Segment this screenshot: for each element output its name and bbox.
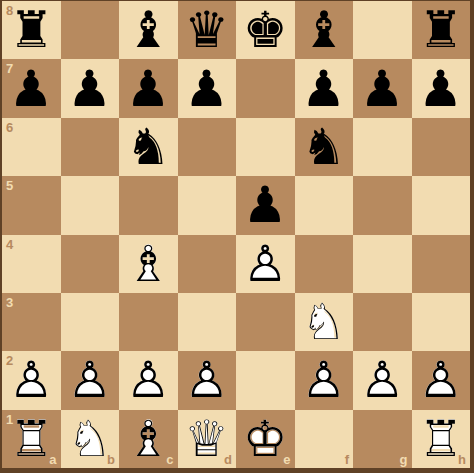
black-pawn-icon: ♟ bbox=[412, 59, 471, 117]
piece-black-pawn[interactable]: ♟ bbox=[119, 59, 178, 117]
white-pawn-outline-icon: ♙ bbox=[236, 235, 295, 293]
square-f1[interactable]: f bbox=[295, 410, 354, 468]
piece-white-king[interactable]: ♚♔ bbox=[236, 410, 295, 468]
white-pawn-outline-icon: ♙ bbox=[178, 351, 237, 409]
square-a3[interactable]: 3 bbox=[2, 293, 61, 351]
black-pawn-icon: ♟ bbox=[236, 176, 295, 234]
piece-black-bishop[interactable]: ♝ bbox=[119, 1, 178, 59]
square-f6[interactable]: ♞ bbox=[295, 118, 354, 176]
square-h7[interactable]: ♟ bbox=[412, 59, 471, 117]
white-rook-outline-icon: ♖ bbox=[2, 410, 61, 468]
piece-white-pawn[interactable]: ♟♙ bbox=[236, 235, 295, 293]
piece-black-queen[interactable]: ♛ bbox=[178, 1, 237, 59]
square-b6[interactable] bbox=[61, 118, 120, 176]
black-knight-icon: ♞ bbox=[295, 118, 354, 176]
square-b4[interactable] bbox=[61, 235, 120, 293]
square-c8[interactable]: ♝ bbox=[119, 1, 178, 59]
white-pawn-outline-icon: ♙ bbox=[295, 351, 354, 409]
black-bishop-icon: ♝ bbox=[119, 1, 178, 59]
piece-white-bishop[interactable]: ♝♗ bbox=[119, 235, 178, 293]
square-g6[interactable] bbox=[353, 118, 412, 176]
piece-white-pawn[interactable]: ♟♙ bbox=[412, 351, 471, 409]
piece-black-bishop[interactable]: ♝ bbox=[295, 1, 354, 59]
piece-white-knight[interactable]: ♞♘ bbox=[61, 410, 120, 468]
chess-board: 8♜♝♛♚♝♜7♟♟♟♟♟♟♟6♞♞5♟4♝♗♟♙3♞♘2♟♙♟♙♟♙♟♙♟♙♟… bbox=[2, 1, 470, 468]
black-rook-icon: ♜ bbox=[412, 1, 471, 59]
square-e1[interactable]: e♚♔ bbox=[236, 410, 295, 468]
square-g3[interactable] bbox=[353, 293, 412, 351]
white-bishop-outline-icon: ♗ bbox=[119, 410, 178, 468]
rank-label-5: 5 bbox=[6, 179, 13, 192]
square-e8[interactable]: ♚ bbox=[236, 1, 295, 59]
piece-black-pawn[interactable]: ♟ bbox=[353, 59, 412, 117]
square-b3[interactable] bbox=[61, 293, 120, 351]
square-c1[interactable]: c♝♗ bbox=[119, 410, 178, 468]
square-g8[interactable] bbox=[353, 1, 412, 59]
square-c6[interactable]: ♞ bbox=[119, 118, 178, 176]
square-f3[interactable]: ♞♘ bbox=[295, 293, 354, 351]
square-d8[interactable]: ♛ bbox=[178, 1, 237, 59]
piece-black-king[interactable]: ♚ bbox=[236, 1, 295, 59]
piece-black-pawn[interactable]: ♟ bbox=[295, 59, 354, 117]
piece-white-bishop[interactable]: ♝♗ bbox=[119, 410, 178, 468]
square-e5[interactable]: ♟ bbox=[236, 176, 295, 234]
black-pawn-icon: ♟ bbox=[295, 59, 354, 117]
square-e7[interactable] bbox=[236, 59, 295, 117]
file-label-g: g bbox=[400, 453, 408, 466]
square-d5[interactable] bbox=[178, 176, 237, 234]
piece-black-pawn[interactable]: ♟ bbox=[236, 176, 295, 234]
square-a8[interactable]: 8♜ bbox=[2, 1, 61, 59]
square-e3[interactable] bbox=[236, 293, 295, 351]
black-pawn-icon: ♟ bbox=[178, 59, 237, 117]
square-a1[interactable]: 1a♜♖ bbox=[2, 410, 61, 468]
piece-white-rook[interactable]: ♜♖ bbox=[412, 410, 471, 468]
square-c3[interactable] bbox=[119, 293, 178, 351]
square-a5[interactable]: 5 bbox=[2, 176, 61, 234]
square-d4[interactable] bbox=[178, 235, 237, 293]
square-a2[interactable]: 2♟♙ bbox=[2, 351, 61, 409]
piece-black-pawn[interactable]: ♟ bbox=[61, 59, 120, 117]
piece-white-pawn[interactable]: ♟♙ bbox=[353, 351, 412, 409]
square-h2[interactable]: ♟♙ bbox=[412, 351, 471, 409]
white-queen-outline-icon: ♕ bbox=[178, 410, 237, 468]
square-g1[interactable]: g bbox=[353, 410, 412, 468]
square-h4[interactable] bbox=[412, 235, 471, 293]
square-a6[interactable]: 6 bbox=[2, 118, 61, 176]
square-a7[interactable]: 7♟ bbox=[2, 59, 61, 117]
rank-label-4: 4 bbox=[6, 238, 13, 251]
piece-white-queen[interactable]: ♛♕ bbox=[178, 410, 237, 468]
square-b2[interactable]: ♟♙ bbox=[61, 351, 120, 409]
square-d1[interactable]: d♛♕ bbox=[178, 410, 237, 468]
square-b7[interactable]: ♟ bbox=[61, 59, 120, 117]
square-b5[interactable] bbox=[61, 176, 120, 234]
piece-black-knight[interactable]: ♞ bbox=[295, 118, 354, 176]
square-c4[interactable]: ♝♗ bbox=[119, 235, 178, 293]
square-c5[interactable] bbox=[119, 176, 178, 234]
square-h3[interactable] bbox=[412, 293, 471, 351]
square-d2[interactable]: ♟♙ bbox=[178, 351, 237, 409]
square-c2[interactable]: ♟♙ bbox=[119, 351, 178, 409]
square-e2[interactable] bbox=[236, 351, 295, 409]
black-pawn-icon: ♟ bbox=[2, 59, 61, 117]
piece-white-pawn[interactable]: ♟♙ bbox=[178, 351, 237, 409]
white-pawn-outline-icon: ♙ bbox=[61, 351, 120, 409]
square-d3[interactable] bbox=[178, 293, 237, 351]
piece-white-pawn[interactable]: ♟♙ bbox=[295, 351, 354, 409]
black-queen-icon: ♛ bbox=[178, 1, 237, 59]
square-g2[interactable]: ♟♙ bbox=[353, 351, 412, 409]
square-h6[interactable] bbox=[412, 118, 471, 176]
square-c7[interactable]: ♟ bbox=[119, 59, 178, 117]
square-f5[interactable] bbox=[295, 176, 354, 234]
square-h5[interactable] bbox=[412, 176, 471, 234]
square-f8[interactable]: ♝ bbox=[295, 1, 354, 59]
rank-label-3: 3 bbox=[6, 296, 13, 309]
square-g4[interactable] bbox=[353, 235, 412, 293]
black-pawn-icon: ♟ bbox=[119, 59, 178, 117]
piece-black-pawn[interactable]: ♟ bbox=[412, 59, 471, 117]
square-h1[interactable]: h♜♖ bbox=[412, 410, 471, 468]
square-g5[interactable] bbox=[353, 176, 412, 234]
white-pawn-outline-icon: ♙ bbox=[119, 351, 178, 409]
piece-white-rook[interactable]: ♜♖ bbox=[2, 410, 61, 468]
square-b1[interactable]: b♞♘ bbox=[61, 410, 120, 468]
black-pawn-icon: ♟ bbox=[353, 59, 412, 117]
piece-black-rook[interactable]: ♜ bbox=[2, 1, 61, 59]
square-a4[interactable]: 4 bbox=[2, 235, 61, 293]
white-pawn-outline-icon: ♙ bbox=[2, 351, 61, 409]
rank-label-6: 6 bbox=[6, 121, 13, 134]
piece-white-knight[interactable]: ♞♘ bbox=[295, 293, 354, 351]
square-f7[interactable]: ♟ bbox=[295, 59, 354, 117]
square-d6[interactable] bbox=[178, 118, 237, 176]
square-f2[interactable]: ♟♙ bbox=[295, 351, 354, 409]
square-h8[interactable]: ♜ bbox=[412, 1, 471, 59]
square-e4[interactable]: ♟♙ bbox=[236, 235, 295, 293]
square-e6[interactable] bbox=[236, 118, 295, 176]
piece-black-rook[interactable]: ♜ bbox=[412, 1, 471, 59]
white-bishop-outline-icon: ♗ bbox=[119, 235, 178, 293]
white-pawn-outline-icon: ♙ bbox=[412, 351, 471, 409]
white-knight-outline-icon: ♘ bbox=[61, 410, 120, 468]
black-rook-icon: ♜ bbox=[2, 1, 61, 59]
piece-black-pawn[interactable]: ♟ bbox=[178, 59, 237, 117]
white-pawn-outline-icon: ♙ bbox=[353, 351, 412, 409]
piece-white-pawn[interactable]: ♟♙ bbox=[2, 351, 61, 409]
white-knight-outline-icon: ♘ bbox=[295, 293, 354, 351]
square-b8[interactable] bbox=[61, 1, 120, 59]
piece-white-pawn[interactable]: ♟♙ bbox=[119, 351, 178, 409]
black-pawn-icon: ♟ bbox=[61, 59, 120, 117]
square-f4[interactable] bbox=[295, 235, 354, 293]
black-bishop-icon: ♝ bbox=[295, 1, 354, 59]
piece-black-pawn[interactable]: ♟ bbox=[2, 59, 61, 117]
piece-black-knight[interactable]: ♞ bbox=[119, 118, 178, 176]
file-label-f: f bbox=[345, 453, 349, 466]
square-g7[interactable]: ♟ bbox=[353, 59, 412, 117]
piece-white-pawn[interactable]: ♟♙ bbox=[61, 351, 120, 409]
white-king-outline-icon: ♔ bbox=[236, 410, 295, 468]
black-knight-icon: ♞ bbox=[119, 118, 178, 176]
white-rook-outline-icon: ♖ bbox=[412, 410, 471, 468]
black-king-icon: ♚ bbox=[236, 1, 295, 59]
square-d7[interactable]: ♟ bbox=[178, 59, 237, 117]
chess-board-frame: 8♜♝♛♚♝♜7♟♟♟♟♟♟♟6♞♞5♟4♝♗♟♙3♞♘2♟♙♟♙♟♙♟♙♟♙♟… bbox=[0, 0, 474, 473]
